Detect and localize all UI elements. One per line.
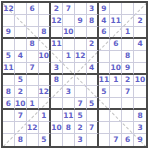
cell-r9c2-given[interactable]: 10	[15, 98, 27, 110]
cell-r2c4-empty[interactable]	[39, 15, 51, 27]
cell-r2c6-empty[interactable]	[63, 15, 75, 27]
cell-r3c9-given[interactable]: 6	[99, 27, 111, 39]
cell-r1c11-empty[interactable]	[122, 3, 134, 15]
cell-r5c1-given[interactable]: 5	[3, 51, 15, 63]
cell-r8c10-empty[interactable]	[110, 86, 122, 98]
cell-r2c8-given[interactable]: 8	[87, 15, 99, 27]
cell-r9c12-empty[interactable]	[134, 98, 146, 110]
cell-r12c2-given[interactable]: 8	[15, 134, 27, 146]
cell-r10c4-given[interactable]: 1	[39, 110, 51, 122]
cell-r11c9-empty[interactable]	[99, 122, 111, 134]
sudoku-grid: 1262739129841129810618112645410112811734…	[3, 3, 146, 146]
cell-r5c12-empty[interactable]	[134, 51, 146, 63]
cell-r3c4-given[interactable]: 8	[39, 27, 51, 39]
cell-r9c3-given[interactable]: 1	[27, 98, 39, 110]
cell-r1c7-empty[interactable]	[75, 3, 87, 15]
cell-r11c12-given[interactable]: 3	[134, 122, 146, 134]
cell-r9c7-given[interactable]: 7	[75, 98, 87, 110]
cell-r11c5-given[interactable]: 10	[51, 122, 63, 134]
cell-r1c8-given[interactable]: 3	[87, 3, 99, 15]
cell-r3c5-empty[interactable]	[51, 27, 63, 39]
cell-r8c5-empty[interactable]	[51, 86, 63, 98]
cell-r1c4-empty[interactable]	[39, 3, 51, 15]
cell-r7c5-given[interactable]: 8	[51, 75, 63, 87]
cell-r8c7-empty[interactable]	[75, 86, 87, 98]
cell-r12c3-empty[interactable]	[27, 134, 39, 146]
cell-r10c2-given[interactable]: 7	[15, 110, 27, 122]
cell-r7c1-empty[interactable]	[3, 75, 15, 87]
cell-r12c8-empty[interactable]	[87, 134, 99, 146]
cell-r9c11-empty[interactable]	[122, 98, 134, 110]
cell-r7c2-given[interactable]: 5	[15, 75, 27, 87]
cell-r10c12-given[interactable]: 8	[134, 110, 146, 122]
cell-r7c8-empty[interactable]	[87, 75, 99, 87]
cell-r2c1-empty[interactable]	[3, 15, 15, 27]
cell-r4c1-empty[interactable]	[3, 39, 15, 51]
cell-r4c12-given[interactable]: 4	[134, 39, 146, 51]
cell-r10c8-empty[interactable]	[87, 110, 99, 122]
cell-r12c9-empty[interactable]	[99, 134, 111, 146]
cell-r10c9-empty[interactable]	[99, 110, 111, 122]
cell-r10c7-given[interactable]: 5	[75, 110, 87, 122]
cell-r3c11-given[interactable]: 1	[122, 27, 134, 39]
cell-r4c2-empty[interactable]	[15, 39, 27, 51]
cell-r9c1-given[interactable]: 6	[3, 98, 15, 110]
cell-r7c3-empty[interactable]	[27, 75, 39, 87]
cell-r1c3-given[interactable]: 6	[27, 3, 39, 15]
cell-r9c8-given[interactable]: 5	[87, 98, 99, 110]
cell-r11c1-empty[interactable]	[3, 122, 15, 134]
cell-r8c9-given[interactable]: 5	[99, 86, 111, 98]
cell-r6c5-given[interactable]: 3	[51, 63, 63, 75]
cell-r8c3-empty[interactable]	[27, 86, 39, 98]
cell-r7c4-empty[interactable]	[39, 75, 51, 87]
cell-r7c7-empty[interactable]	[75, 75, 87, 87]
cell-r10c1-empty[interactable]	[3, 110, 15, 122]
cell-r1c2-empty[interactable]	[15, 3, 27, 15]
cell-r11c11-empty[interactable]	[122, 122, 134, 134]
cell-r5c6-given[interactable]: 1	[63, 51, 75, 63]
cell-r5c3-empty[interactable]	[27, 51, 39, 63]
cell-r8c11-given[interactable]: 7	[122, 86, 134, 98]
cell-r11c4-empty[interactable]	[39, 122, 51, 134]
cell-r5c11-given[interactable]: 8	[122, 51, 134, 63]
cell-r6c3-given[interactable]: 7	[27, 63, 39, 75]
cell-r6c8-given[interactable]: 4	[87, 63, 99, 75]
cell-r6c9-empty[interactable]	[99, 63, 111, 75]
cell-r12c10-given[interactable]: 7	[110, 134, 122, 146]
cell-r3c2-empty[interactable]	[15, 27, 27, 39]
cell-r2c3-empty[interactable]	[27, 15, 39, 27]
cell-r11c3-given[interactable]: 12	[27, 122, 39, 134]
sudoku-board: 1262739129841129810618112645410112811734…	[1, 1, 148, 148]
cell-r8c1-given[interactable]: 8	[3, 86, 15, 98]
cell-r1c9-given[interactable]: 9	[99, 3, 111, 15]
cell-r12c6-empty[interactable]	[63, 134, 75, 146]
cell-r1c10-empty[interactable]	[110, 3, 122, 15]
cell-r7c12-given[interactable]: 10	[134, 75, 146, 87]
cell-r6c10-given[interactable]: 10	[110, 63, 122, 75]
cell-r5c10-empty[interactable]	[110, 51, 122, 63]
cell-r10c3-empty[interactable]	[27, 110, 39, 122]
cell-r7c9-given[interactable]: 11	[99, 75, 111, 87]
cell-r2c7-given[interactable]: 9	[75, 15, 87, 27]
cell-r2c2-empty[interactable]	[15, 15, 27, 27]
cell-r12c4-given[interactable]: 5	[39, 134, 51, 146]
cell-r6c7-empty[interactable]	[75, 63, 87, 75]
cell-r10c11-empty[interactable]	[122, 110, 134, 122]
cell-r2c10-given[interactable]: 11	[110, 15, 122, 27]
cell-r3c6-given[interactable]: 10	[63, 27, 75, 39]
cell-r4c4-empty[interactable]	[39, 39, 51, 51]
cell-r4c11-empty[interactable]	[122, 39, 134, 51]
cell-r9c6-empty[interactable]	[63, 98, 75, 110]
cell-r2c9-given[interactable]: 4	[99, 15, 111, 27]
cell-r1c12-empty[interactable]	[134, 3, 146, 15]
cell-r6c12-empty[interactable]	[134, 63, 146, 75]
cell-r8c2-given[interactable]: 2	[15, 86, 27, 98]
cell-r2c5-given[interactable]: 12	[51, 15, 63, 27]
cell-r11c6-given[interactable]: 8	[63, 122, 75, 134]
cell-r5c4-given[interactable]: 10	[39, 51, 51, 63]
cell-r1c5-given[interactable]: 2	[51, 3, 63, 15]
cell-r4c9-empty[interactable]	[99, 39, 111, 51]
cell-r3c8-empty[interactable]	[87, 27, 99, 39]
cell-r9c5-empty[interactable]	[51, 98, 63, 110]
cell-r1c1-given[interactable]: 12	[3, 3, 15, 15]
cell-r3c10-empty[interactable]	[110, 27, 122, 39]
cell-r4c10-given[interactable]: 6	[110, 39, 122, 51]
cell-r2c12-given[interactable]: 2	[134, 15, 146, 27]
cell-r4c3-given[interactable]: 8	[27, 39, 39, 51]
cell-r3c1-given[interactable]: 9	[3, 27, 15, 39]
cell-r4c7-empty[interactable]	[75, 39, 87, 51]
cell-r5c8-empty[interactable]	[87, 51, 99, 63]
cell-r7c6-empty[interactable]	[63, 75, 75, 87]
cell-r3c7-empty[interactable]	[75, 27, 87, 39]
cell-r9c4-empty[interactable]	[39, 98, 51, 110]
cell-r8c6-given[interactable]: 3	[63, 86, 75, 98]
cell-r6c4-empty[interactable]	[39, 63, 51, 75]
cell-r11c10-empty[interactable]	[110, 122, 122, 134]
cell-r6c2-empty[interactable]	[15, 63, 27, 75]
cell-r5c2-given[interactable]: 4	[15, 51, 27, 63]
cell-r4c5-given[interactable]: 11	[51, 39, 63, 51]
cell-r9c9-empty[interactable]	[99, 98, 111, 110]
cell-r6c1-given[interactable]: 11	[3, 63, 15, 75]
cell-r10c6-given[interactable]: 11	[63, 110, 75, 122]
cell-r5c5-empty[interactable]	[51, 51, 63, 63]
cell-r12c11-given[interactable]: 6	[122, 134, 134, 146]
cell-r8c4-given[interactable]: 12	[39, 86, 51, 98]
cell-r12c12-given[interactable]: 9	[134, 134, 146, 146]
cell-r2c11-empty[interactable]	[122, 15, 134, 27]
cell-r5c9-empty[interactable]	[99, 51, 111, 63]
cell-r5c7-given[interactable]: 12	[75, 51, 87, 63]
cell-r3c3-empty[interactable]	[27, 27, 39, 39]
cell-r8c12-empty[interactable]	[134, 86, 146, 98]
cell-r11c8-given[interactable]: 7	[87, 122, 99, 134]
cell-r12c7-given[interactable]: 3	[75, 134, 87, 146]
cell-r7c10-given[interactable]: 1	[110, 75, 122, 87]
cell-r6c6-empty[interactable]	[63, 63, 75, 75]
cell-r12c5-empty[interactable]	[51, 134, 63, 146]
cell-r12c1-empty[interactable]	[3, 134, 15, 146]
cell-r9c10-empty[interactable]	[110, 98, 122, 110]
cell-r11c7-given[interactable]: 2	[75, 122, 87, 134]
cell-r10c10-empty[interactable]	[110, 110, 122, 122]
cell-r4c6-empty[interactable]	[63, 39, 75, 51]
cell-r6c11-given[interactable]: 9	[122, 63, 134, 75]
cell-r1c6-given[interactable]: 7	[63, 3, 75, 15]
cell-r10c5-empty[interactable]	[51, 110, 63, 122]
cell-r7c11-given[interactable]: 2	[122, 75, 134, 87]
cell-r8c8-empty[interactable]	[87, 86, 99, 98]
cell-r11c2-empty[interactable]	[15, 122, 27, 134]
cell-r4c8-given[interactable]: 2	[87, 39, 99, 51]
cell-r3c12-empty[interactable]	[134, 27, 146, 39]
